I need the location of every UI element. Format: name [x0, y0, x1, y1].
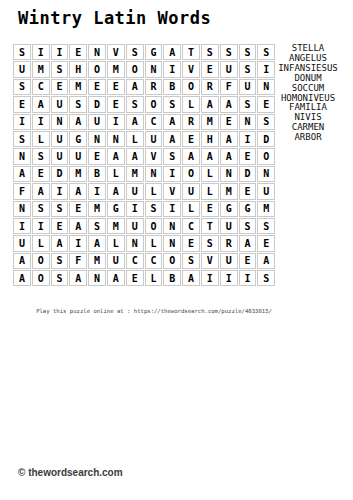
grid-cell[interactable]: H [201, 131, 219, 147]
grid-cell[interactable]: E [69, 44, 87, 60]
grid-cell[interactable]: S [51, 253, 69, 269]
grid-cell[interactable]: U [51, 148, 69, 164]
grid-cell[interactable]: V [201, 253, 219, 269]
grid-cell[interactable]: A [13, 253, 31, 269]
grid-cell[interactable]: S [126, 96, 144, 112]
grid-cell[interactable]: L [182, 201, 200, 217]
grid-cell[interactable]: S [13, 44, 31, 60]
grid-cell[interactable]: E [201, 61, 219, 77]
grid-cell[interactable]: S [13, 79, 31, 95]
grid-cell[interactable]: L [145, 270, 163, 286]
grid-cell[interactable]: I [51, 183, 69, 199]
grid-cell[interactable]: U [182, 183, 200, 199]
grid-cell[interactable]: O [163, 253, 181, 269]
grid-cell[interactable]: E [107, 79, 125, 95]
grid-cell[interactable]: A [13, 270, 31, 286]
grid-cell[interactable]: N [145, 166, 163, 182]
grid-cell[interactable]: S [201, 235, 219, 251]
grid-cell[interactable]: E [201, 201, 219, 217]
grid-cell[interactable]: S [32, 148, 50, 164]
grid-cell[interactable]: A [32, 96, 50, 112]
grid-cell[interactable]: S [163, 96, 181, 112]
grid-cell[interactable]: F [13, 183, 31, 199]
grid-cell[interactable]: M [88, 253, 106, 269]
grid-cell[interactable]: T [201, 218, 219, 234]
word-list: STELLAANGELUSINFANSIESUSDONUMSOCCUMHOMON… [268, 44, 348, 143]
grid-cell[interactable]: S [51, 201, 69, 217]
grid-cell[interactable]: O [145, 218, 163, 234]
grid-cell[interactable]: R [182, 114, 200, 130]
grid-cell[interactable]: F [220, 79, 238, 95]
grid-cell[interactable]: M [107, 61, 125, 77]
grid-cell[interactable]: M [88, 201, 106, 217]
grid-cell[interactable]: A [220, 131, 238, 147]
grid-cell[interactable]: I [239, 131, 257, 147]
grid-cell[interactable]: L [182, 96, 200, 112]
grid-cell[interactable]: A [163, 44, 181, 60]
grid-cell[interactable]: U [145, 131, 163, 147]
grid-cell[interactable]: G [220, 201, 238, 217]
grid-cell[interactable]: G [107, 201, 125, 217]
grid-cell[interactable]: E [126, 270, 144, 286]
grid-cell[interactable]: I [13, 218, 31, 234]
grid-cell[interactable]: A [13, 166, 31, 182]
grid-cell[interactable]: N [257, 166, 275, 182]
grid-cell[interactable]: N [51, 114, 69, 130]
grid-cell[interactable]: E [220, 114, 238, 130]
grid-cell[interactable]: S [257, 270, 275, 286]
grid-cell[interactable]: U [239, 79, 257, 95]
word-list-item: ARBOR [268, 133, 348, 143]
grid-cell[interactable]: A [69, 183, 87, 199]
grid-cell[interactable]: I [51, 44, 69, 60]
grid-cell[interactable]: V [107, 44, 125, 60]
grid-cell[interactable]: N [239, 114, 257, 130]
grid-cell[interactable]: S [239, 96, 257, 112]
grid-cell[interactable]: L [107, 235, 125, 251]
grid-cell[interactable]: N [163, 218, 181, 234]
grid-cell[interactable]: O [182, 79, 200, 95]
grid-cell[interactable]: I [88, 183, 106, 199]
grid-cell[interactable]: V [182, 61, 200, 77]
grid-cell[interactable]: S [13, 131, 31, 147]
grid-cell[interactable]: E [257, 235, 275, 251]
grid-cell[interactable]: O [257, 148, 275, 164]
grid-cell[interactable]: U [126, 218, 144, 234]
grid-cell[interactable]: A [126, 148, 144, 164]
grid-cell[interactable]: M [69, 166, 87, 182]
grid-cell[interactable]: U [126, 183, 144, 199]
grid-cell[interactable]: M [107, 218, 125, 234]
grid-cell[interactable]: H [69, 61, 87, 77]
grid-cell[interactable]: I [201, 270, 219, 286]
grid-cell[interactable]: S [51, 270, 69, 286]
grid-cell[interactable]: N [163, 235, 181, 251]
grid-cell[interactable]: E [239, 253, 257, 269]
grid-cell[interactable]: E [182, 235, 200, 251]
grid-cell[interactable]: M [126, 166, 144, 182]
grid-cell[interactable]: S [257, 218, 275, 234]
grid-cell[interactable]: L [32, 235, 50, 251]
grid-cell[interactable]: O [126, 61, 144, 77]
grid-cell[interactable]: E [32, 166, 50, 182]
grid-cell[interactable]: U [88, 114, 106, 130]
word-search-grid: SIIENVSGATSSSSUMSHOMONIVEUSISCEMEEARBORF… [13, 44, 275, 286]
grid-cell[interactable]: S [239, 44, 257, 60]
grid-cell[interactable]: N [88, 131, 106, 147]
grid-cell[interactable]: A [69, 218, 87, 234]
grid-cell[interactable]: R [220, 235, 238, 251]
grid-cell[interactable]: O [182, 166, 200, 182]
grid-cell[interactable]: A [163, 114, 181, 130]
grid-cell[interactable]: L [145, 235, 163, 251]
grid-cell[interactable]: B [163, 79, 181, 95]
grid-cell[interactable]: L [107, 166, 125, 182]
grid-cell[interactable]: A [107, 270, 125, 286]
grid-cell[interactable]: F [69, 253, 87, 269]
grid-cell[interactable]: T [182, 44, 200, 60]
grid-cell[interactable]: S [32, 201, 50, 217]
grid-cell[interactable]: E [239, 148, 257, 164]
grid-cell[interactable]: C [32, 79, 50, 95]
grid-cell[interactable]: I [13, 114, 31, 130]
grid-cell[interactable]: I [220, 270, 238, 286]
grid-cell[interactable]: E [51, 218, 69, 234]
grid-cell[interactable]: M [201, 114, 219, 130]
grid-cell[interactable]: E [182, 131, 200, 147]
grid-cell[interactable]: I [163, 166, 181, 182]
grid-cell[interactable]: N [88, 270, 106, 286]
grid-cell[interactable]: L [32, 131, 50, 147]
grid-cell[interactable]: E [107, 96, 125, 112]
grid-cell[interactable]: A [32, 183, 50, 199]
grid-cell[interactable]: A [201, 148, 219, 164]
grid-cell[interactable]: A [163, 131, 181, 147]
grid-cell[interactable]: S [239, 218, 257, 234]
grid-cell[interactable]: I [107, 114, 125, 130]
grid-cell[interactable]: A [51, 235, 69, 251]
grid-cell[interactable]: I [32, 218, 50, 234]
grid-cell[interactable]: U [220, 61, 238, 77]
grid-cell[interactable]: B [88, 166, 106, 182]
grid-cell[interactable]: U [69, 148, 87, 164]
grid-cell[interactable]: A [239, 235, 257, 251]
grid-cell[interactable]: U [13, 61, 31, 77]
grid-cell[interactable]: A [220, 148, 238, 164]
grid-cell[interactable]: R [201, 79, 219, 95]
grid-cell[interactable]: G [69, 131, 87, 147]
grid-cell[interactable]: N [220, 166, 238, 182]
grid-cell[interactable]: A [220, 96, 238, 112]
grid-cell[interactable]: U [51, 131, 69, 147]
grid-cell[interactable]: S [182, 253, 200, 269]
grid-cell[interactable]: M [69, 79, 87, 95]
grid-cell[interactable]: S [239, 61, 257, 77]
grid-cell[interactable]: M [257, 201, 275, 217]
grid-cell[interactable]: G [145, 44, 163, 60]
grid-cell[interactable]: S [163, 148, 181, 164]
grid-cell[interactable]: N [88, 44, 106, 60]
grid-cell[interactable]: U [257, 183, 275, 199]
grid-cell[interactable]: S [88, 218, 106, 234]
grid-cell[interactable]: L [126, 131, 144, 147]
grid-cell[interactable]: G [239, 201, 257, 217]
grid-cell[interactable]: S [201, 44, 219, 60]
grid-cell[interactable]: M [32, 61, 50, 77]
grid-cell[interactable]: S [69, 96, 87, 112]
grid-cell[interactable]: R [145, 79, 163, 95]
grid-cell[interactable]: A [88, 235, 106, 251]
grid-cell[interactable]: V [163, 183, 181, 199]
grid-cell[interactable]: A [69, 270, 87, 286]
grid-cell[interactable]: O [32, 270, 50, 286]
grid-cell[interactable]: A [69, 114, 87, 130]
grid-cell[interactable]: A [126, 79, 144, 95]
grid-cell[interactable]: L [201, 166, 219, 182]
grid-cell[interactable]: A [182, 270, 200, 286]
grid-cell[interactable]: E [51, 79, 69, 95]
grid-cell[interactable]: E [13, 96, 31, 112]
grid-cell[interactable]: N [13, 148, 31, 164]
grid-cell[interactable]: O [145, 96, 163, 112]
grid-cell[interactable]: U [51, 96, 69, 112]
grid-cell[interactable]: C [145, 114, 163, 130]
grid-cell[interactable]: E [88, 79, 106, 95]
grid-cell[interactable]: N [13, 201, 31, 217]
grid-cell[interactable]: D [239, 166, 257, 182]
grid-cell[interactable]: C [182, 218, 200, 234]
grid-cell[interactable]: L [201, 183, 219, 199]
grid-cell[interactable]: L [145, 183, 163, 199]
grid-cell[interactable]: S [145, 201, 163, 217]
grid-cell[interactable]: D [51, 166, 69, 182]
grid-cell[interactable]: A [107, 183, 125, 199]
grid-cell[interactable]: I [32, 44, 50, 60]
grid-cell[interactable]: S [51, 61, 69, 77]
grid-cell[interactable]: A [107, 148, 125, 164]
grid-cell[interactable]: C [126, 253, 144, 269]
grid-cell[interactable]: V [145, 148, 163, 164]
grid-cell[interactable]: A [257, 253, 275, 269]
copyright-footer: © thewordsearch.com [18, 467, 123, 478]
grid-cell[interactable]: I [69, 235, 87, 251]
grid-cell[interactable]: M [220, 183, 238, 199]
grid-cell[interactable]: O [32, 253, 50, 269]
grid-cell[interactable]: E [88, 148, 106, 164]
grid-cell[interactable]: N [145, 61, 163, 77]
grid-cell[interactable]: U [107, 253, 125, 269]
grid-cell[interactable]: E [69, 201, 87, 217]
grid-cell[interactable]: I [239, 270, 257, 286]
grid-cell[interactable]: I [32, 114, 50, 130]
grid-cell[interactable]: U [220, 218, 238, 234]
grid-cell[interactable]: I [163, 61, 181, 77]
grid-cell[interactable]: S [126, 44, 144, 60]
grid-cell[interactable]: U [220, 253, 238, 269]
grid-cell[interactable]: C [145, 253, 163, 269]
grid-cell[interactable]: I [163, 201, 181, 217]
grid-cell[interactable]: E [239, 183, 257, 199]
grid-cell[interactable]: U [13, 235, 31, 251]
grid-cell[interactable]: N [107, 131, 125, 147]
grid-cell[interactable]: O [88, 61, 106, 77]
play-online-url: Play this puzzle online at : https://the… [13, 308, 295, 314]
grid-cell[interactable]: N [126, 235, 144, 251]
grid-cell[interactable]: A [182, 148, 200, 164]
grid-cell[interactable]: D [88, 96, 106, 112]
grid-cell[interactable]: S [220, 44, 238, 60]
grid-cell[interactable]: A [201, 96, 219, 112]
grid-cell[interactable]: B [163, 270, 181, 286]
grid-cell[interactable]: A [126, 114, 144, 130]
grid-cell[interactable]: I [126, 201, 144, 217]
page-title: Wintry Latin Words [18, 8, 211, 28]
